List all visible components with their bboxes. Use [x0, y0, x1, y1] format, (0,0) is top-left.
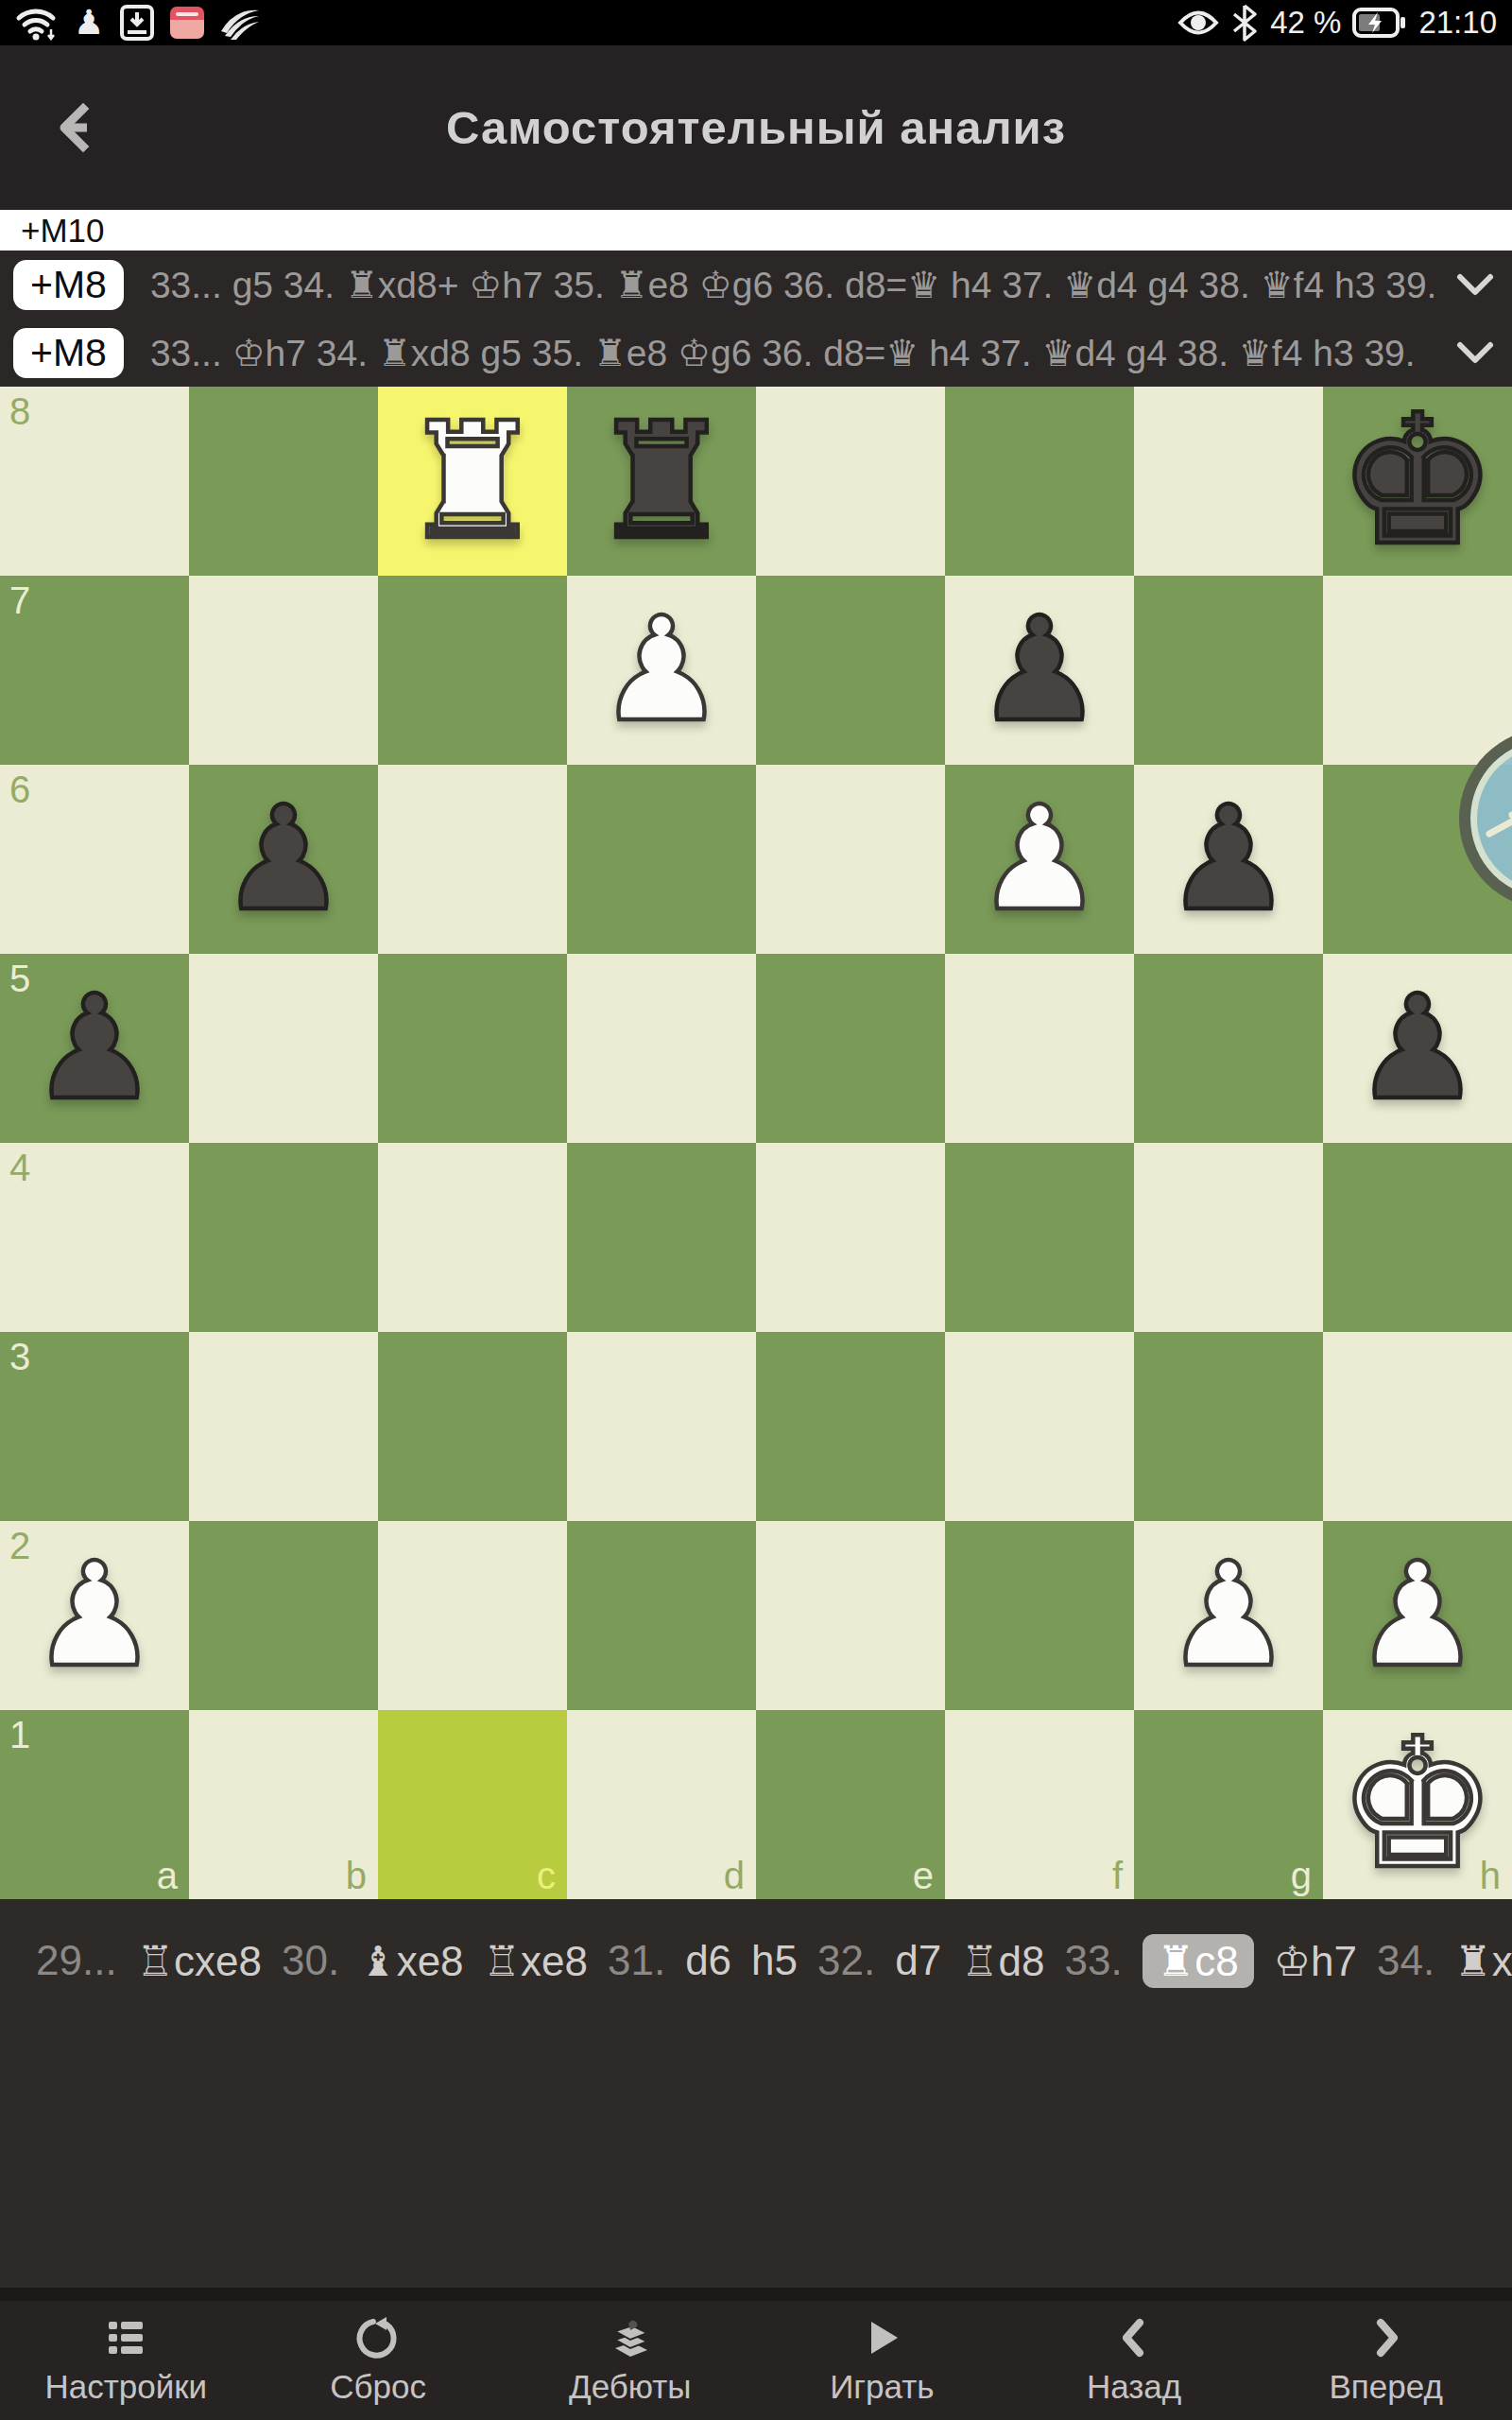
status-bar: ♟: [0, 0, 1512, 45]
black-king[interactable]: ♚: [1323, 387, 1512, 576]
engine-lines: +M8 33... g5 34. ♜xd8+ ♔h7 35. ♜e8 ♔g6 3…: [0, 251, 1512, 387]
square-b7[interactable]: [189, 576, 378, 765]
square-f8[interactable]: [945, 387, 1134, 576]
rank-label-6: 6: [9, 769, 30, 811]
mate-score-badge: +M8: [13, 260, 124, 310]
square-f6[interactable]: ♟: [945, 765, 1134, 954]
chevron-down-icon[interactable]: [1455, 340, 1495, 365]
mate-score-badge: +M8: [13, 328, 124, 378]
move-san[interactable]: ♜xd8: [1454, 1937, 1512, 1985]
square-a5[interactable]: 5♟: [0, 954, 189, 1143]
move-san[interactable]: ♖d8: [961, 1937, 1044, 1985]
square-d7[interactable]: ♟: [567, 576, 756, 765]
square-f3[interactable]: [945, 1332, 1134, 1521]
square-b3[interactable]: [189, 1332, 378, 1521]
square-c5[interactable]: [378, 954, 567, 1143]
current-move[interactable]: ♜c8: [1143, 1934, 1254, 1988]
square-e2[interactable]: [756, 1521, 945, 1710]
square-b4[interactable]: [189, 1143, 378, 1332]
reset-icon: [356, 2316, 400, 2359]
square-a6[interactable]: 6: [0, 765, 189, 954]
square-e1[interactable]: e: [756, 1710, 945, 1899]
bottom-nav: Настройки Сброс Дебюты: [0, 2288, 1512, 2420]
send-arrow-icon: [1484, 792, 1512, 845]
swiftkey-icon: [219, 5, 261, 41]
file-label-d: d: [724, 1855, 745, 1897]
square-b5[interactable]: [189, 954, 378, 1143]
move-san[interactable]: d6: [685, 1937, 731, 1984]
file-label-f: f: [1112, 1855, 1123, 1897]
app-header: Самостоятельный анализ: [0, 45, 1512, 210]
nav-label: Назад: [1087, 2368, 1181, 2406]
nav-settings[interactable]: Настройки: [0, 2301, 252, 2420]
nav-label: Сброс: [330, 2368, 426, 2406]
status-icons-right: 42 % 21:10: [1177, 4, 1497, 42]
nav-reset[interactable]: Сброс: [252, 2301, 505, 2420]
nav-openings[interactable]: Дебюты: [504, 2301, 756, 2420]
back-arrow-icon[interactable]: [55, 101, 110, 154]
red-app-icon: [170, 7, 204, 39]
white-pawn[interactable]: ♟: [1134, 1521, 1323, 1710]
file-label-g: g: [1291, 1855, 1312, 1897]
square-f2[interactable]: [945, 1521, 1134, 1710]
square-f7[interactable]: ♟: [945, 576, 1134, 765]
square-f5[interactable]: [945, 954, 1134, 1143]
back-step-icon: [1112, 2316, 1156, 2359]
move-san[interactable]: d7: [895, 1937, 941, 1984]
move-number: 31.: [608, 1937, 665, 1984]
white-pawn[interactable]: ♟: [1323, 1521, 1512, 1710]
square-g2[interactable]: ♟: [1134, 1521, 1323, 1710]
square-a2[interactable]: 2♟: [0, 1521, 189, 1710]
chevron-down-icon[interactable]: [1455, 272, 1495, 297]
page-title: Самостоятельный анализ: [0, 101, 1512, 154]
app-screen: ♟: [0, 0, 1512, 2420]
square-g3[interactable]: [1134, 1332, 1323, 1521]
square-c8[interactable]: ♜: [378, 387, 567, 576]
nav-back-move[interactable]: Назад: [1008, 2301, 1261, 2420]
battery-percent: 42 %: [1270, 5, 1341, 41]
file-label-b: b: [346, 1855, 367, 1897]
engine-line-moves: 33... ♔h7 34. ♜xd8 g5 35. ♜e8 ♔g6 36. d8…: [150, 332, 1446, 374]
square-b6[interactable]: ♟: [189, 765, 378, 954]
nav-label: Настройки: [45, 2368, 208, 2406]
board: 8♜♜♚7♟♟6♟♟♟5♟♟432♟♟♟1abcdefgh♚: [0, 387, 1512, 1899]
clock: 21:10: [1418, 5, 1497, 41]
square-g7[interactable]: [1134, 576, 1323, 765]
square-d4[interactable]: [567, 1143, 756, 1332]
move-san[interactable]: ♝xe8: [359, 1937, 463, 1985]
square-d2[interactable]: [567, 1521, 756, 1710]
black-pawn[interactable]: ♟: [0, 954, 189, 1143]
square-b2[interactable]: [189, 1521, 378, 1710]
settings-list-icon: [104, 2316, 147, 2359]
square-f1[interactable]: f: [945, 1710, 1134, 1899]
evaluation-score: +M10: [21, 212, 105, 250]
eye-icon: [1177, 7, 1219, 39]
square-h8[interactable]: ♚: [1323, 387, 1512, 576]
black-rook[interactable]: ♜: [567, 387, 756, 576]
file-label-a: a: [157, 1855, 178, 1897]
square-d5[interactable]: [567, 954, 756, 1143]
openings-icon: [608, 2316, 653, 2359]
square-c3[interactable]: [378, 1332, 567, 1521]
pawn-icon: ♟: [74, 6, 104, 40]
square-e8[interactable]: [756, 387, 945, 576]
square-d6[interactable]: [567, 765, 756, 954]
black-pawn[interactable]: ♟: [1134, 765, 1323, 954]
rank-label-8: 8: [9, 390, 30, 433]
square-d1[interactable]: d: [567, 1710, 756, 1899]
evaluation-bar: +M10: [0, 210, 1512, 251]
white-king[interactable]: ♚: [1323, 1710, 1512, 1899]
square-c1[interactable]: c: [378, 1710, 567, 1899]
black-pawn[interactable]: ♟: [189, 765, 378, 954]
engine-line-1[interactable]: +M8 33... g5 34. ♜xd8+ ♔h7 35. ♜e8 ♔g6 3…: [0, 251, 1512, 319]
square-a7[interactable]: 7: [0, 576, 189, 765]
square-c2[interactable]: [378, 1521, 567, 1710]
square-e7[interactable]: [756, 576, 945, 765]
square-h1[interactable]: h♚: [1323, 1710, 1512, 1899]
file-label-c: c: [537, 1855, 556, 1897]
square-a4[interactable]: 4: [0, 1143, 189, 1332]
square-h3[interactable]: [1323, 1332, 1512, 1521]
move-san[interactable]: ♔h7: [1274, 1937, 1357, 1985]
move-san[interactable]: ♖xe8: [484, 1937, 588, 1985]
square-h7[interactable]: [1323, 576, 1512, 765]
square-c6[interactable]: [378, 765, 567, 954]
square-e6[interactable]: [756, 765, 945, 954]
status-icons-left: ♟: [15, 5, 261, 41]
move-number: 32.: [817, 1937, 875, 1984]
square-a3[interactable]: 3: [0, 1332, 189, 1521]
rank-label-3: 3: [9, 1336, 30, 1378]
square-h4[interactable]: [1323, 1143, 1512, 1332]
square-g8[interactable]: [1134, 387, 1323, 576]
square-b1[interactable]: b: [189, 1710, 378, 1899]
square-e5[interactable]: [756, 954, 945, 1143]
forward-step-icon: [1365, 2316, 1408, 2359]
wifi-icon: [15, 5, 59, 41]
nav-play[interactable]: Играть: [756, 2301, 1008, 2420]
move-number: 29...: [36, 1937, 117, 1984]
battery-charging-icon: [1352, 7, 1407, 39]
engine-line-moves: 33... g5 34. ♜xd8+ ♔h7 35. ♜e8 ♔g6 36. d…: [150, 264, 1446, 306]
square-h5[interactable]: ♟: [1323, 954, 1512, 1143]
square-d3[interactable]: [567, 1332, 756, 1521]
square-c7[interactable]: [378, 576, 567, 765]
square-e3[interactable]: [756, 1332, 945, 1521]
file-label-e: e: [913, 1855, 934, 1897]
square-e4[interactable]: [756, 1143, 945, 1332]
move-list: 29...♖cxe830.♝xe8♖xe831.d6h532.d7♖d833.♜…: [0, 1899, 1512, 2022]
square-a1[interactable]: 1a: [0, 1710, 189, 1899]
rank-label-1: 1: [9, 1714, 30, 1756]
rank-label-7: 7: [9, 579, 30, 622]
nav-forward-move[interactable]: Вперед: [1260, 2301, 1512, 2420]
square-g1[interactable]: g: [1134, 1710, 1323, 1899]
white-rook[interactable]: ♜: [378, 387, 567, 576]
square-g4[interactable]: [1134, 1143, 1323, 1332]
white-pawn[interactable]: ♟: [945, 765, 1134, 954]
white-pawn[interactable]: ♟: [567, 576, 756, 765]
play-icon: [860, 2316, 903, 2359]
download-icon: [119, 5, 155, 41]
square-b8[interactable]: [189, 387, 378, 576]
nav-label: Вперед: [1330, 2368, 1443, 2406]
black-pawn[interactable]: ♟: [945, 576, 1134, 765]
square-a8[interactable]: 8: [0, 387, 189, 576]
engine-line-2[interactable]: +M8 33... ♔h7 34. ♜xd8 g5 35. ♜e8 ♔g6 36…: [0, 319, 1512, 387]
move-number: 30.: [282, 1937, 339, 1984]
nav-label: Дебюты: [569, 2368, 692, 2406]
black-pawn[interactable]: ♟: [1323, 954, 1512, 1143]
square-h2[interactable]: ♟: [1323, 1521, 1512, 1710]
square-c4[interactable]: [378, 1143, 567, 1332]
move-san[interactable]: ♖cxe8: [137, 1937, 262, 1985]
square-g6[interactable]: ♟: [1134, 765, 1323, 954]
nav-label: Играть: [830, 2368, 934, 2406]
square-g5[interactable]: [1134, 954, 1323, 1143]
move-number: 34.: [1377, 1937, 1435, 1984]
move-number: 33.: [1065, 1937, 1123, 1984]
square-d8[interactable]: ♜: [567, 387, 756, 576]
bluetooth-icon: [1230, 4, 1259, 42]
square-f4[interactable]: [945, 1143, 1134, 1332]
white-pawn[interactable]: ♟: [0, 1521, 189, 1710]
move-san[interactable]: h5: [751, 1937, 798, 1984]
rank-label-4: 4: [9, 1147, 30, 1189]
